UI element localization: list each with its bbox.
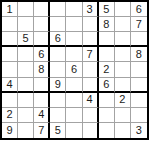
cell-r2c6[interactable] xyxy=(83,17,99,32)
cell-r3c5[interactable] xyxy=(66,32,82,47)
cell-r6c2[interactable] xyxy=(18,78,34,93)
cell-r5c5[interactable]: 6 xyxy=(66,62,82,77)
cell-r3c6[interactable] xyxy=(83,32,99,47)
cell-r5c7[interactable]: 2 xyxy=(99,62,115,77)
cell-r8c8[interactable] xyxy=(115,108,131,123)
cell-r4c7[interactable] xyxy=(99,47,115,62)
cell-r5c1[interactable] xyxy=(2,62,18,77)
cell-r5c9[interactable] xyxy=(131,62,147,77)
cell-r9c6[interactable] xyxy=(83,123,99,138)
cell-r2c9[interactable]: 7 xyxy=(131,17,147,32)
cell-r6c7[interactable]: 6 xyxy=(99,78,115,93)
cell-r1c5[interactable] xyxy=(66,2,82,17)
cell-r2c8[interactable] xyxy=(115,17,131,32)
cell-r7c5[interactable] xyxy=(66,93,82,108)
cell-r5c4[interactable] xyxy=(50,62,66,77)
cell-r5c2[interactable] xyxy=(18,62,34,77)
cell-r7c2[interactable] xyxy=(18,93,34,108)
cell-r6c4[interactable]: 9 xyxy=(50,78,66,93)
cell-r8c6[interactable] xyxy=(83,108,99,123)
cell-r2c7[interactable]: 8 xyxy=(99,17,115,32)
cell-r4c8[interactable] xyxy=(115,47,131,62)
cell-r2c5[interactable] xyxy=(66,17,82,32)
cell-r1c7[interactable]: 5 xyxy=(99,2,115,17)
cell-r6c1[interactable]: 4 xyxy=(2,78,18,93)
cell-r4c3[interactable]: 6 xyxy=(34,47,50,62)
cell-r4c1[interactable] xyxy=(2,47,18,62)
cell-r9c9[interactable]: 3 xyxy=(131,123,147,138)
cell-r5c8[interactable] xyxy=(115,62,131,77)
cell-r1c6[interactable]: 3 xyxy=(83,2,99,17)
cell-r3c1[interactable] xyxy=(2,32,18,47)
cell-r7c8[interactable]: 2 xyxy=(115,93,131,108)
cell-r8c4[interactable] xyxy=(50,108,66,123)
cell-r5c3[interactable]: 8 xyxy=(34,62,50,77)
cell-r9c7[interactable] xyxy=(99,123,115,138)
cell-r8c3[interactable]: 4 xyxy=(34,108,50,123)
cell-r7c7[interactable] xyxy=(99,93,115,108)
cell-r7c3[interactable] xyxy=(34,93,50,108)
cell-r6c3[interactable] xyxy=(34,78,50,93)
cell-r4c4[interactable] xyxy=(50,47,66,62)
cell-r1c4[interactable] xyxy=(50,2,66,17)
cell-r9c4[interactable]: 5 xyxy=(50,123,66,138)
cell-r1c2[interactable] xyxy=(18,2,34,17)
cell-r4c9[interactable]: 8 xyxy=(131,47,147,62)
cell-r1c3[interactable] xyxy=(34,2,50,17)
cell-r1c9[interactable]: 6 xyxy=(131,2,147,17)
cell-r8c2[interactable] xyxy=(18,108,34,123)
cell-r3c4[interactable]: 6 xyxy=(50,32,66,47)
cell-r1c1[interactable]: 1 xyxy=(2,2,18,17)
cell-r3c3[interactable] xyxy=(34,32,50,47)
cell-r6c8[interactable] xyxy=(115,78,131,93)
cell-r9c3[interactable]: 7 xyxy=(34,123,50,138)
cell-r3c7[interactable] xyxy=(99,32,115,47)
cell-r8c7[interactable] xyxy=(99,108,115,123)
cell-r7c9[interactable] xyxy=(131,93,147,108)
cell-r4c6[interactable]: 7 xyxy=(83,47,99,62)
cell-r2c1[interactable] xyxy=(2,17,18,32)
cell-r7c6[interactable]: 4 xyxy=(83,93,99,108)
cell-r4c5[interactable] xyxy=(66,47,82,62)
cell-r5c6[interactable] xyxy=(83,62,99,77)
sudoku-board: 1356875667886249642249753 xyxy=(0,0,149,140)
cell-r9c5[interactable] xyxy=(66,123,82,138)
cell-r3c9[interactable] xyxy=(131,32,147,47)
cell-r2c2[interactable] xyxy=(18,17,34,32)
cell-r6c6[interactable] xyxy=(83,78,99,93)
cell-r7c4[interactable] xyxy=(50,93,66,108)
cell-r2c3[interactable] xyxy=(34,17,50,32)
cell-r6c5[interactable] xyxy=(66,78,82,93)
cell-r9c1[interactable]: 9 xyxy=(2,123,18,138)
cell-r9c2[interactable] xyxy=(18,123,34,138)
cell-r2c4[interactable] xyxy=(50,17,66,32)
cell-r7c1[interactable] xyxy=(2,93,18,108)
cell-r3c2[interactable]: 5 xyxy=(18,32,34,47)
cell-r9c8[interactable] xyxy=(115,123,131,138)
cell-r8c5[interactable] xyxy=(66,108,82,123)
cell-r6c9[interactable] xyxy=(131,78,147,93)
cell-r1c8[interactable] xyxy=(115,2,131,17)
cell-r8c1[interactable]: 2 xyxy=(2,108,18,123)
cell-r4c2[interactable] xyxy=(18,47,34,62)
cell-r3c8[interactable] xyxy=(115,32,131,47)
cell-r8c9[interactable] xyxy=(131,108,147,123)
